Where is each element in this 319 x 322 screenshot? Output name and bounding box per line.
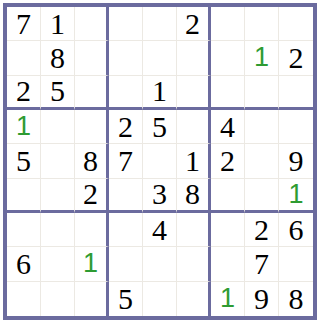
- cell-r6c7[interactable]: [211, 179, 245, 213]
- cell-r1c2[interactable]: 1: [41, 7, 75, 41]
- cell-r4c6[interactable]: [177, 110, 211, 144]
- cell-r5c2[interactable]: [41, 144, 75, 178]
- cell-r9c4[interactable]: 5: [109, 282, 143, 316]
- cell-r2c3[interactable]: [75, 41, 109, 75]
- cell-r5c4[interactable]: 7: [109, 144, 143, 178]
- cell-r8c2[interactable]: [41, 247, 75, 281]
- cell-r1c6[interactable]: 2: [177, 7, 211, 41]
- cell-r1c7[interactable]: [211, 7, 245, 41]
- cell-r3c7[interactable]: [211, 76, 245, 110]
- cell-r8c1[interactable]: 6: [7, 247, 41, 281]
- cell-r8c3[interactable]: 1: [75, 247, 109, 281]
- cell-r6c3[interactable]: 2: [75, 179, 109, 213]
- cell-r4c8[interactable]: [245, 110, 279, 144]
- cell-r2c9[interactable]: 2: [279, 41, 313, 75]
- cell-r8c4[interactable]: [109, 247, 143, 281]
- cell-r4c7[interactable]: 4: [211, 110, 245, 144]
- cell-r7c9[interactable]: 6: [279, 213, 313, 247]
- cell-r9c8[interactable]: 9: [245, 282, 279, 316]
- cell-r7c2[interactable]: [41, 213, 75, 247]
- cell-r7c1[interactable]: [7, 213, 41, 247]
- cell-r5c5[interactable]: [143, 144, 177, 178]
- cell-r6c9[interactable]: 1: [279, 179, 313, 213]
- cell-r6c5[interactable]: 3: [143, 179, 177, 213]
- cell-r2c4[interactable]: [109, 41, 143, 75]
- cell-r9c3[interactable]: [75, 282, 109, 316]
- cell-r9c6[interactable]: [177, 282, 211, 316]
- cell-r3c8[interactable]: [245, 76, 279, 110]
- cell-r1c3[interactable]: [75, 7, 109, 41]
- cell-r6c8[interactable]: [245, 179, 279, 213]
- cell-r2c8[interactable]: 1: [245, 41, 279, 75]
- cell-r1c9[interactable]: [279, 7, 313, 41]
- cell-r9c1[interactable]: [7, 282, 41, 316]
- cell-r2c1[interactable]: [7, 41, 41, 75]
- cell-r8c7[interactable]: [211, 247, 245, 281]
- cell-r3c6[interactable]: [177, 76, 211, 110]
- cell-r2c2[interactable]: 8: [41, 41, 75, 75]
- cell-r3c2[interactable]: 5: [41, 76, 75, 110]
- cell-r1c5[interactable]: [143, 7, 177, 41]
- cell-r5c8[interactable]: [245, 144, 279, 178]
- cell-r6c4[interactable]: [109, 179, 143, 213]
- cell-r2c7[interactable]: [211, 41, 245, 75]
- cell-r3c3[interactable]: [75, 76, 109, 110]
- cell-r3c1[interactable]: 2: [7, 76, 41, 110]
- cell-r3c5[interactable]: 1: [143, 76, 177, 110]
- cell-r4c9[interactable]: [279, 110, 313, 144]
- cell-r6c2[interactable]: [41, 179, 75, 213]
- cell-r6c6[interactable]: 8: [177, 179, 211, 213]
- cell-r1c1[interactable]: 7: [7, 7, 41, 41]
- cell-r7c7[interactable]: [211, 213, 245, 247]
- cell-r9c2[interactable]: [41, 282, 75, 316]
- cell-r4c1[interactable]: 1: [7, 110, 41, 144]
- cell-r9c7[interactable]: 1: [211, 282, 245, 316]
- cell-r9c5[interactable]: [143, 282, 177, 316]
- cell-r1c8[interactable]: [245, 7, 279, 41]
- cell-r1c4[interactable]: [109, 7, 143, 41]
- cell-r5c9[interactable]: 9: [279, 144, 313, 178]
- cell-r5c7[interactable]: 2: [211, 144, 245, 178]
- cell-r3c4[interactable]: [109, 76, 143, 110]
- cell-r5c3[interactable]: 8: [75, 144, 109, 178]
- cell-r8c5[interactable]: [143, 247, 177, 281]
- cell-r2c5[interactable]: [143, 41, 177, 75]
- cell-r9c9[interactable]: 8: [279, 282, 313, 316]
- cell-r7c5[interactable]: 4: [143, 213, 177, 247]
- cell-r5c1[interactable]: 5: [7, 144, 41, 178]
- cell-r7c4[interactable]: [109, 213, 143, 247]
- cell-r8c6[interactable]: [177, 247, 211, 281]
- cell-r4c4[interactable]: 2: [109, 110, 143, 144]
- cell-r4c2[interactable]: [41, 110, 75, 144]
- cell-r2c6[interactable]: [177, 41, 211, 75]
- sudoku-board: 712812251125458712923814266175198: [3, 3, 317, 320]
- cell-r8c8[interactable]: 7: [245, 247, 279, 281]
- cell-r4c5[interactable]: 5: [143, 110, 177, 144]
- cell-r5c6[interactable]: 1: [177, 144, 211, 178]
- cell-r3c9[interactable]: [279, 76, 313, 110]
- cell-r7c8[interactable]: 2: [245, 213, 279, 247]
- cell-r6c1[interactable]: [7, 179, 41, 213]
- cell-r4c3[interactable]: [75, 110, 109, 144]
- cell-r7c3[interactable]: [75, 213, 109, 247]
- cell-r8c9[interactable]: [279, 247, 313, 281]
- cell-r7c6[interactable]: [177, 213, 211, 247]
